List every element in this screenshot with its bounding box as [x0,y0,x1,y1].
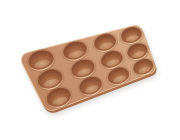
photo-canvas [0,0,180,140]
muffin-pan-photo [0,0,180,140]
